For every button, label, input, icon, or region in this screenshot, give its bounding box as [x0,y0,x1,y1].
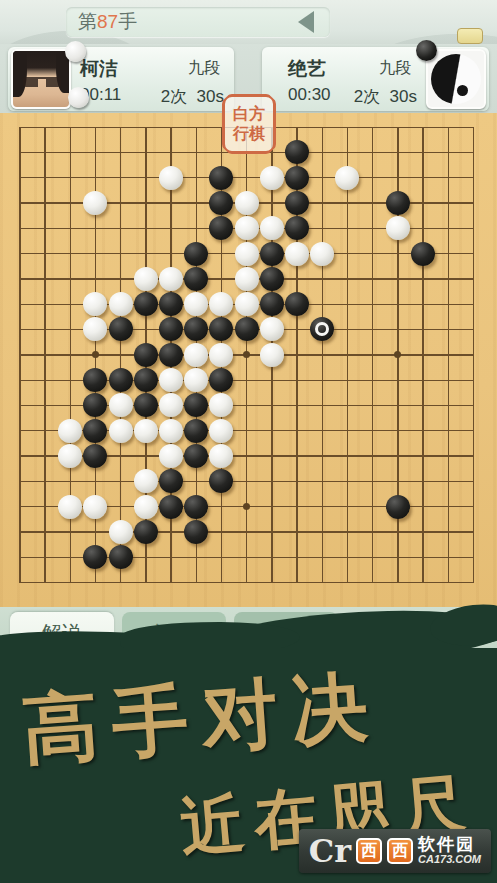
logo-tile: 西 [356,838,382,864]
black-stone [134,393,158,417]
black-stone [159,495,183,519]
white-stone [260,216,284,240]
yinyang-icon [431,54,481,104]
white-stone [159,419,183,443]
black-stone [310,317,334,341]
white-stone [159,166,183,190]
white-stone [285,242,309,266]
white-stone [134,419,158,443]
white-stone [235,267,259,291]
grid-line-v [473,127,474,583]
grid-line-v [120,127,121,583]
right-player-card: 绝艺 九段 00:30 2次 30s [262,47,489,111]
white-stone [235,191,259,215]
black-stone [260,242,284,266]
black-stone [83,368,107,392]
left-player-card: 柯洁 九段 00:11 2次 30s [8,47,234,111]
white-stone [83,292,107,316]
white-stone [260,166,284,190]
move-prefix: 第 [78,9,97,35]
white-stone [260,343,284,367]
white-stone [335,166,359,190]
white-stone [209,343,233,367]
black-stone [83,419,107,443]
left-player-name: 柯洁 [80,56,118,82]
white-stone [235,292,259,316]
go-board[interactable] [0,113,497,607]
black-stone [184,495,208,519]
white-stone [109,520,133,544]
black-stone [109,368,133,392]
white-stone [310,242,334,266]
black-stone [285,140,309,164]
black-stone [285,166,309,190]
black-stone [209,191,233,215]
black-stone [134,368,158,392]
glasses-decoration [23,77,61,87]
black-stone [83,545,107,569]
star-point [243,503,250,510]
black-stone [134,520,158,544]
grid-line-v [347,127,348,583]
black-stone [184,242,208,266]
white-stone [83,317,107,341]
black-stone [159,343,183,367]
logo-tile: 西 [387,838,413,864]
white-stone [83,495,107,519]
white-stone [386,216,410,240]
black-stone [159,469,183,493]
grid-line-v [322,127,323,583]
star-point [243,351,250,358]
go-app-screen: 第87手 柯洁 九段 00:11 2次 30s 绝艺 九段 00:30 [0,0,497,883]
black-stone [285,216,309,240]
white-stone-badge [65,41,86,62]
black-stone [285,292,309,316]
black-stone [184,444,208,468]
grid-line-v [372,127,373,583]
logo-site: CA173.COM [418,854,481,866]
black-stone [260,292,284,316]
black-stone [184,393,208,417]
logo-name: 软件园 [418,836,481,854]
white-stone [184,368,208,392]
black-stone [83,444,107,468]
black-stone [109,317,133,341]
left-player-byoyomi: 2次 30s [161,85,224,108]
turn-indicator-seal: 白方 行棋 [222,94,276,154]
white-stone [134,469,158,493]
white-stone [209,444,233,468]
scroll-button[interactable] [457,28,483,44]
white-stone [209,292,233,316]
move-number: 87 [97,11,118,33]
black-stone [184,419,208,443]
players-row: 柯洁 九段 00:11 2次 30s 绝艺 九段 00:30 2次 30s [0,44,497,113]
black-stone [386,191,410,215]
white-stone [134,495,158,519]
grid-line-v [422,127,423,583]
black-stone [109,545,133,569]
white-stone [109,419,133,443]
black-stone-badge [416,40,437,61]
grid-line-v [44,127,45,583]
black-stone [159,317,183,341]
black-stone [184,520,208,544]
white-stone [159,444,183,468]
black-stone [235,317,259,341]
grid-line-v [19,127,20,583]
white-stone [58,419,82,443]
logo-cr: Cr [309,835,351,867]
top-bar: 第87手 [0,0,497,44]
white-stone [159,368,183,392]
black-stone [134,292,158,316]
white-stone [235,216,259,240]
black-stone [411,242,435,266]
white-stone [109,393,133,417]
move-counter: 第87手 [66,7,330,37]
white-stone [235,242,259,266]
black-stone [134,343,158,367]
white-stone [184,343,208,367]
black-stone [184,267,208,291]
white-stone [209,419,233,443]
white-stone [58,495,82,519]
white-stone [83,191,107,215]
left-player-rank: 九段 [188,58,220,79]
black-stone [209,166,233,190]
grid-line-v [448,127,449,583]
right-player-name: 绝艺 [288,56,326,82]
black-stone [260,267,284,291]
right-player-byoyomi: 2次 30s [354,85,417,108]
last-move-marker [315,322,329,336]
white-stone [159,393,183,417]
site-watermark: Cr 西 西 软件园 CA173.COM [299,829,491,873]
right-player-avatar [426,49,486,109]
black-stone [209,368,233,392]
star-point [394,351,401,358]
star-point [92,351,99,358]
white-stone [209,393,233,417]
left-player-avatar [11,49,71,109]
black-stone [209,317,233,341]
white-stone [159,267,183,291]
white-stone [260,317,284,341]
black-stone [159,292,183,316]
white-stone [184,292,208,316]
black-stone [184,317,208,341]
white-stone [58,444,82,468]
move-suffix: 手 [118,9,137,35]
right-player-time: 00:30 [288,85,331,105]
white-stone-badge [68,87,89,108]
black-stone [209,216,233,240]
white-stone [134,267,158,291]
black-stone [83,393,107,417]
black-stone [285,191,309,215]
collapse-panel-icon[interactable] [298,11,314,33]
black-stone [209,469,233,493]
right-player-rank: 九段 [379,58,411,79]
white-stone [109,292,133,316]
black-stone [386,495,410,519]
